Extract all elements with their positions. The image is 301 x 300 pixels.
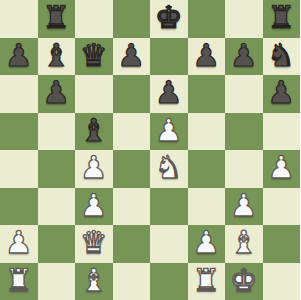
square-g8[interactable]: [225, 0, 263, 38]
white-king-g1[interactable]: ♚: [230, 265, 258, 296]
square-g7[interactable]: ♟: [225, 38, 263, 76]
square-b4[interactable]: [38, 150, 76, 188]
square-f5[interactable]: [188, 113, 226, 151]
square-a2[interactable]: ♟: [0, 225, 38, 263]
white-bishop-c1[interactable]: ♝: [80, 265, 108, 296]
square-c4[interactable]: ♟: [75, 150, 113, 188]
square-f8[interactable]: [188, 0, 226, 38]
square-h2[interactable]: [263, 225, 301, 263]
white-pawn-c4[interactable]: ♟: [80, 152, 108, 183]
black-pawn-f7[interactable]: ♟: [192, 40, 220, 71]
square-a6[interactable]: [0, 75, 38, 113]
white-queen-c2[interactable]: ♛: [80, 227, 108, 258]
square-d2[interactable]: [113, 225, 151, 263]
square-f4[interactable]: [188, 150, 226, 188]
square-e2[interactable]: [150, 225, 188, 263]
square-f7[interactable]: ♟: [188, 38, 226, 76]
black-pawn-d7[interactable]: ♟: [117, 40, 145, 71]
square-h3[interactable]: [263, 188, 301, 226]
square-g5[interactable]: [225, 113, 263, 151]
black-bishop-b7[interactable]: ♝: [42, 40, 70, 71]
square-b6[interactable]: ♟: [38, 75, 76, 113]
square-b2[interactable]: [38, 225, 76, 263]
square-f2[interactable]: ♟: [188, 225, 226, 263]
square-g6[interactable]: [225, 75, 263, 113]
black-king-e8[interactable]: ♚: [155, 2, 183, 33]
square-d6[interactable]: [113, 75, 151, 113]
white-bishop-g2[interactable]: ♝: [230, 227, 258, 258]
square-e8[interactable]: ♚: [150, 0, 188, 38]
white-rook-f1[interactable]: ♜: [192, 265, 220, 296]
white-pawn-e5[interactable]: ♟: [155, 115, 183, 146]
black-pawn-e6[interactable]: ♟: [155, 77, 183, 108]
white-pawn-g3[interactable]: ♟: [230, 190, 258, 221]
square-h8[interactable]: ♜: [263, 0, 301, 38]
square-b1[interactable]: [38, 263, 76, 300]
square-c7[interactable]: ♛: [75, 38, 113, 76]
square-b3[interactable]: [38, 188, 76, 226]
square-b8[interactable]: ♜: [38, 0, 76, 38]
white-knight-e4[interactable]: ♞: [155, 152, 183, 183]
square-c8[interactable]: [75, 0, 113, 38]
square-g4[interactable]: [225, 150, 263, 188]
black-bishop-c5[interactable]: ♝: [80, 115, 108, 146]
square-h6[interactable]: ♟: [263, 75, 301, 113]
square-h5[interactable]: [263, 113, 301, 151]
square-c3[interactable]: ♟: [75, 188, 113, 226]
square-b7[interactable]: ♝: [38, 38, 76, 76]
chess-board: ♜♚♜♟♝♛♟♟♟♞♟♟♟♝♟♟♞♟♟♟♟♛♟♝♜♝♜♚: [0, 0, 300, 300]
square-h4[interactable]: ♟: [263, 150, 301, 188]
square-c1[interactable]: ♝: [75, 263, 113, 300]
square-e4[interactable]: ♞: [150, 150, 188, 188]
square-a7[interactable]: ♟: [0, 38, 38, 76]
square-a5[interactable]: [0, 113, 38, 151]
square-d8[interactable]: [113, 0, 151, 38]
square-e5[interactable]: ♟: [150, 113, 188, 151]
square-a3[interactable]: [0, 188, 38, 226]
white-pawn-a2[interactable]: ♟: [5, 227, 33, 258]
square-c2[interactable]: ♛: [75, 225, 113, 263]
square-d5[interactable]: [113, 113, 151, 151]
square-f1[interactable]: ♜: [188, 263, 226, 300]
square-g2[interactable]: ♝: [225, 225, 263, 263]
white-pawn-f2[interactable]: ♟: [192, 227, 220, 258]
square-c6[interactable]: [75, 75, 113, 113]
square-f3[interactable]: [188, 188, 226, 226]
square-g3[interactable]: ♟: [225, 188, 263, 226]
black-queen-c7[interactable]: ♛: [80, 40, 108, 71]
square-d1[interactable]: [113, 263, 151, 300]
square-d4[interactable]: [113, 150, 151, 188]
square-e3[interactable]: [150, 188, 188, 226]
black-pawn-h6[interactable]: ♟: [267, 77, 295, 108]
white-pawn-h4[interactable]: ♟: [267, 152, 295, 183]
square-d7[interactable]: ♟: [113, 38, 151, 76]
black-pawn-a7[interactable]: ♟: [5, 40, 33, 71]
square-h1[interactable]: [263, 263, 301, 300]
square-e7[interactable]: [150, 38, 188, 76]
square-e6[interactable]: ♟: [150, 75, 188, 113]
black-knight-h7[interactable]: ♞: [267, 40, 295, 71]
square-d3[interactable]: [113, 188, 151, 226]
black-rook-b8[interactable]: ♜: [42, 2, 70, 33]
square-a4[interactable]: [0, 150, 38, 188]
black-pawn-b6[interactable]: ♟: [42, 77, 70, 108]
white-pawn-c3[interactable]: ♟: [80, 190, 108, 221]
square-f6[interactable]: [188, 75, 226, 113]
square-a8[interactable]: [0, 0, 38, 38]
square-a1[interactable]: ♜: [0, 263, 38, 300]
square-e1[interactable]: [150, 263, 188, 300]
square-g1[interactable]: ♚: [225, 263, 263, 300]
black-rook-h8[interactable]: ♜: [267, 2, 295, 33]
square-b5[interactable]: [38, 113, 76, 151]
white-rook-a1[interactable]: ♜: [5, 265, 33, 296]
square-h7[interactable]: ♞: [263, 38, 301, 76]
black-pawn-g7[interactable]: ♟: [230, 40, 258, 71]
square-c5[interactable]: ♝: [75, 113, 113, 151]
